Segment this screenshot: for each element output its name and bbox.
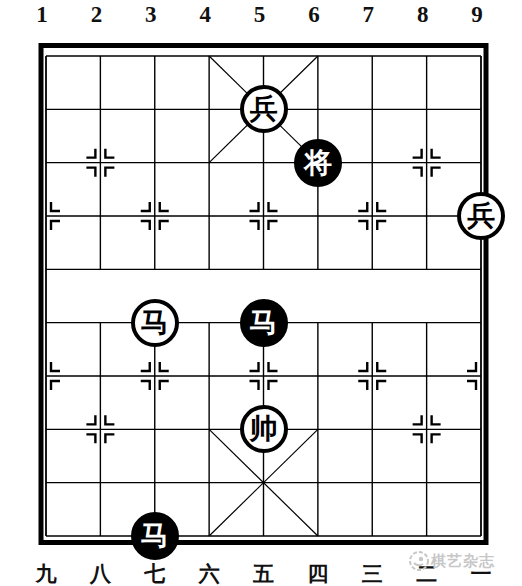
bottom-file-label-6: 四 [301,560,335,586]
bottom-file-label-1: 九 [29,560,63,586]
top-file-label-7: 7 [351,2,385,28]
piece-red-general[interactable]: 帅 [240,405,288,453]
magazine-logo-icon [407,549,431,573]
watermark-text: 棋艺杂志 [431,552,495,571]
piece-red-soldier[interactable]: 兵 [457,192,505,240]
piece-red-soldier[interactable]: 兵 [240,85,288,133]
top-file-label-2: 2 [79,2,113,28]
bottom-file-label-4: 六 [192,560,226,586]
top-file-label-1: 1 [25,2,59,28]
bottom-file-label-5: 五 [247,560,281,586]
top-file-label-3: 3 [134,2,168,28]
xiangqi-board-diagram: 123456789 九八七六五四三二一 兵将兵马马帅马 棋艺杂志 [0,0,522,586]
top-file-label-8: 8 [406,2,440,28]
bottom-file-label-7: 三 [355,560,389,586]
top-file-label-9: 9 [460,2,494,28]
watermark: 棋艺杂志 [407,549,495,573]
bottom-file-label-2: 八 [83,560,117,586]
top-file-label-5: 5 [243,2,277,28]
piece-red-horse[interactable]: 马 [131,299,179,347]
bottom-file-label-3: 七 [138,560,172,586]
piece-black-general[interactable]: 将 [294,139,342,187]
top-file-label-6: 6 [297,2,331,28]
piece-black-horse[interactable]: 马 [131,512,179,560]
piece-black-horse[interactable]: 马 [240,299,288,347]
top-file-label-4: 4 [188,2,222,28]
